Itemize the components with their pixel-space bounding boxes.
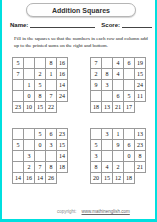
given-number: 6 (113, 91, 124, 102)
empty-cell[interactable] (13, 129, 24, 140)
given-number: 6 (124, 58, 135, 69)
empty-cell[interactable] (91, 129, 102, 140)
row-sum: 8 (135, 151, 146, 162)
row-sum: 15 (57, 140, 68, 151)
col-sum: 15 (102, 173, 113, 184)
addition-square-4: 3113596233088422120151218 (90, 128, 146, 184)
copyright-label: copyright: (57, 209, 77, 214)
row-sum: 15 (135, 69, 146, 80)
given-number: 6 (124, 140, 135, 151)
given-number: 3 (102, 80, 113, 91)
col-sum: 18 (91, 102, 102, 113)
empty-cell[interactable] (91, 91, 102, 102)
given-number: 4 (113, 58, 124, 69)
score-label: Score: (101, 22, 120, 28)
col-sum: 15 (35, 102, 46, 113)
given-number: 5 (35, 80, 46, 91)
empty-corner (135, 102, 146, 113)
empty-cell[interactable] (113, 151, 124, 162)
empty-cell[interactable] (124, 129, 135, 140)
given-number: 2 (35, 69, 46, 80)
row-sum: 16 (57, 58, 68, 69)
row-sum: 14 (57, 151, 68, 162)
given-number: 2 (24, 162, 35, 173)
given-number: 2 (113, 162, 124, 173)
given-number: 5 (13, 140, 24, 151)
given-number: 8 (102, 69, 113, 80)
website-link[interactable]: www.mathinenglish.com (82, 209, 130, 214)
given-number: 9 (113, 140, 124, 151)
given-number: 7 (35, 162, 46, 173)
col-sum: 23 (13, 102, 24, 113)
col-sum: 21 (113, 102, 124, 113)
given-number: 5 (35, 129, 46, 140)
given-number: 4 (113, 69, 124, 80)
row-sum: 13 (135, 129, 146, 140)
col-sum: 12 (113, 173, 124, 184)
empty-cell[interactable] (24, 58, 35, 69)
given-number: 1 (46, 69, 57, 80)
addition-square-2: 74619284159324651118132117 (90, 57, 146, 113)
empty-corner (135, 173, 146, 184)
empty-cell[interactable] (113, 80, 124, 91)
col-sum: 10 (24, 102, 35, 113)
given-number: 8 (91, 162, 102, 173)
given-number: 1 (24, 80, 35, 91)
given-number: 1 (113, 129, 124, 140)
given-number: 7 (46, 91, 57, 102)
empty-cell[interactable] (124, 162, 135, 173)
given-number: 3 (24, 151, 35, 162)
row-sum: 14 (57, 80, 68, 91)
addition-square-3: 5623503153142781814161426 (12, 128, 68, 184)
given-number: 5 (13, 58, 24, 69)
name-field[interactable] (30, 20, 95, 28)
empty-cell[interactable] (102, 58, 113, 69)
given-number: 5 (124, 91, 135, 102)
empty-corner (57, 173, 68, 184)
given-number: 0 (35, 140, 46, 151)
given-number: 4 (102, 162, 113, 173)
empty-cell[interactable] (46, 151, 57, 162)
given-number: 2 (91, 69, 102, 80)
addition-square-1: 58167211615140872423101522 (12, 57, 68, 113)
col-sum: 14 (35, 173, 46, 184)
empty-cell[interactable] (24, 140, 35, 151)
given-number: 5 (91, 140, 102, 151)
col-sum: 16 (24, 173, 35, 184)
row-sum: 24 (57, 91, 68, 102)
given-number: 7 (91, 58, 102, 69)
name-label: Name: (10, 22, 28, 28)
empty-cell[interactable] (13, 80, 24, 91)
col-sum: 22 (46, 102, 57, 113)
given-number: 8 (46, 58, 57, 69)
given-number: 3 (46, 140, 57, 151)
empty-cell[interactable] (13, 91, 24, 102)
footer: copyright: www.mathinenglish.com (57, 209, 130, 214)
row-sum: 23 (57, 129, 68, 140)
empty-cell[interactable] (102, 91, 113, 102)
given-number: 8 (35, 91, 46, 102)
name-score-row: Name: Score: (10, 20, 152, 28)
given-number: 0 (124, 151, 135, 162)
row-sum: 19 (135, 58, 146, 69)
given-number: 0 (24, 91, 35, 102)
empty-cell[interactable] (13, 151, 24, 162)
row-sum: 21 (135, 162, 146, 173)
empty-cell[interactable] (102, 151, 113, 162)
given-number: 3 (102, 129, 113, 140)
given-number: 8 (46, 162, 57, 173)
given-number: 6 (46, 129, 57, 140)
empty-cell[interactable] (124, 80, 135, 91)
worksheet-title-pill: Addition Squares (26, 3, 136, 17)
empty-cell[interactable] (102, 140, 113, 151)
score-field[interactable] (122, 20, 152, 28)
empty-cell[interactable] (35, 58, 46, 69)
row-sum: 11 (135, 91, 146, 102)
empty-cell[interactable] (24, 129, 35, 140)
col-sum: 17 (124, 102, 135, 113)
empty-cell[interactable] (124, 69, 135, 80)
empty-cell[interactable] (13, 162, 24, 173)
row-sum: 16 (57, 69, 68, 80)
worksheet-page: Addition Squares Name: Score: Fill in th… (0, 0, 157, 222)
given-number: 9 (91, 80, 102, 91)
row-sum: 24 (135, 80, 146, 91)
given-number: 3 (91, 151, 102, 162)
given-number: 7 (13, 69, 24, 80)
empty-cell[interactable] (24, 69, 35, 80)
col-sum: 20 (91, 173, 102, 184)
row-sum: 18 (57, 162, 68, 173)
page-title: Addition Squares (52, 7, 110, 14)
col-sum: 26 (46, 173, 57, 184)
col-sum: 13 (102, 102, 113, 113)
instructions-text: Fill in the squares so that the numbers … (14, 35, 150, 50)
empty-corner (57, 102, 68, 113)
col-sum: 18 (124, 173, 135, 184)
empty-cell[interactable] (35, 151, 46, 162)
empty-cell[interactable] (46, 80, 57, 91)
col-sum: 14 (13, 173, 24, 184)
row-sum: 23 (135, 140, 146, 151)
